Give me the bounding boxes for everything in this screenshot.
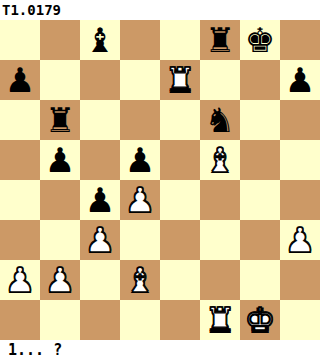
square-h3[interactable]: ♟ xyxy=(280,220,320,260)
square-d7[interactable] xyxy=(120,60,160,100)
white-bishop-piece[interactable]: ♝ xyxy=(205,140,235,180)
black-pawn-piece[interactable]: ♟ xyxy=(5,60,35,100)
move-prompt-bar: 1... ? xyxy=(0,340,320,360)
square-h2[interactable] xyxy=(280,260,320,300)
square-b7[interactable] xyxy=(40,60,80,100)
square-a8[interactable] xyxy=(0,20,40,60)
black-knight-piece[interactable]: ♞ xyxy=(205,100,235,140)
square-h4[interactable] xyxy=(280,180,320,220)
move-prompt: 1... ? xyxy=(8,341,62,359)
square-c2[interactable] xyxy=(80,260,120,300)
square-a5[interactable] xyxy=(0,140,40,180)
square-d3[interactable] xyxy=(120,220,160,260)
black-pawn-piece[interactable]: ♟ xyxy=(285,60,315,100)
square-e4[interactable] xyxy=(160,180,200,220)
square-g4[interactable] xyxy=(240,180,280,220)
square-b6[interactable]: ♜ xyxy=(40,100,80,140)
black-pawn-piece[interactable]: ♟ xyxy=(85,180,115,220)
black-pawn-piece[interactable]: ♟ xyxy=(45,140,75,180)
square-c4[interactable]: ♟ xyxy=(80,180,120,220)
square-h8[interactable] xyxy=(280,20,320,60)
square-c6[interactable] xyxy=(80,100,120,140)
black-rook-piece[interactable]: ♜ xyxy=(45,100,75,140)
square-g1[interactable]: ♚ xyxy=(240,300,280,340)
square-d4[interactable]: ♟ xyxy=(120,180,160,220)
square-e5[interactable] xyxy=(160,140,200,180)
square-b3[interactable] xyxy=(40,220,80,260)
square-d1[interactable] xyxy=(120,300,160,340)
white-pawn-piece[interactable]: ♟ xyxy=(45,260,75,300)
square-c1[interactable] xyxy=(80,300,120,340)
square-a7[interactable]: ♟ xyxy=(0,60,40,100)
square-a4[interactable] xyxy=(0,180,40,220)
chess-board: ♝♜♚♟♜♟♜♞♟♟♝♟♟♟♟♟♟♝♜♚ xyxy=(0,20,320,340)
square-f5[interactable]: ♝ xyxy=(200,140,240,180)
white-king-piece[interactable]: ♚ xyxy=(245,300,275,340)
square-c7[interactable] xyxy=(80,60,120,100)
square-g5[interactable] xyxy=(240,140,280,180)
square-e7[interactable]: ♜ xyxy=(160,60,200,100)
square-f4[interactable] xyxy=(200,180,240,220)
puzzle-title-bar: T1.0179 xyxy=(0,0,320,20)
black-rook-piece[interactable]: ♜ xyxy=(205,20,235,60)
black-pawn-piece[interactable]: ♟ xyxy=(125,140,155,180)
square-f6[interactable]: ♞ xyxy=(200,100,240,140)
square-c5[interactable] xyxy=(80,140,120,180)
square-a6[interactable] xyxy=(0,100,40,140)
puzzle-id: T1.0179 xyxy=(2,2,61,18)
square-a3[interactable] xyxy=(0,220,40,260)
white-bishop-piece[interactable]: ♝ xyxy=(125,260,155,300)
square-g3[interactable] xyxy=(240,220,280,260)
square-f8[interactable]: ♜ xyxy=(200,20,240,60)
square-b2[interactable]: ♟ xyxy=(40,260,80,300)
square-g8[interactable]: ♚ xyxy=(240,20,280,60)
square-f1[interactable]: ♜ xyxy=(200,300,240,340)
square-c8[interactable]: ♝ xyxy=(80,20,120,60)
black-king-piece[interactable]: ♚ xyxy=(245,20,275,60)
square-g6[interactable] xyxy=(240,100,280,140)
square-f7[interactable] xyxy=(200,60,240,100)
square-d5[interactable]: ♟ xyxy=(120,140,160,180)
white-pawn-piece[interactable]: ♟ xyxy=(5,260,35,300)
square-b4[interactable] xyxy=(40,180,80,220)
white-pawn-piece[interactable]: ♟ xyxy=(85,220,115,260)
square-g7[interactable] xyxy=(240,60,280,100)
square-e8[interactable] xyxy=(160,20,200,60)
white-pawn-piece[interactable]: ♟ xyxy=(125,180,155,220)
square-h7[interactable]: ♟ xyxy=(280,60,320,100)
square-b5[interactable]: ♟ xyxy=(40,140,80,180)
square-g2[interactable] xyxy=(240,260,280,300)
square-f2[interactable] xyxy=(200,260,240,300)
square-b1[interactable] xyxy=(40,300,80,340)
square-a1[interactable] xyxy=(0,300,40,340)
square-e1[interactable] xyxy=(160,300,200,340)
white-rook-piece[interactable]: ♜ xyxy=(165,60,195,100)
square-e3[interactable] xyxy=(160,220,200,260)
square-e6[interactable] xyxy=(160,100,200,140)
square-f3[interactable] xyxy=(200,220,240,260)
white-rook-piece[interactable]: ♜ xyxy=(205,300,235,340)
square-d2[interactable]: ♝ xyxy=(120,260,160,300)
square-h6[interactable] xyxy=(280,100,320,140)
square-h1[interactable] xyxy=(280,300,320,340)
square-d8[interactable] xyxy=(120,20,160,60)
black-bishop-piece[interactable]: ♝ xyxy=(85,20,115,60)
square-c3[interactable]: ♟ xyxy=(80,220,120,260)
square-a2[interactable]: ♟ xyxy=(0,260,40,300)
square-d6[interactable] xyxy=(120,100,160,140)
square-b8[interactable] xyxy=(40,20,80,60)
white-pawn-piece[interactable]: ♟ xyxy=(285,220,315,260)
square-h5[interactable] xyxy=(280,140,320,180)
square-e2[interactable] xyxy=(160,260,200,300)
